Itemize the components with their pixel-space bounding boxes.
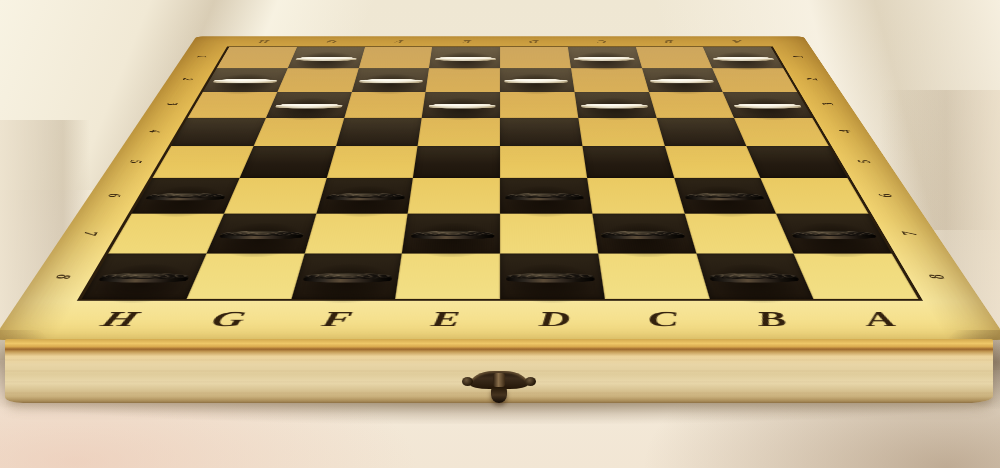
rank-label-right-3: 3	[787, 98, 870, 111]
rank-label-right-7: 7	[857, 224, 964, 244]
file-label-far-g: G	[296, 38, 366, 45]
white-checker-cylinder	[359, 79, 423, 83]
white-checker-cylinder	[505, 79, 569, 83]
file-label-far-f: F	[364, 38, 433, 45]
file-label-far-e: E	[432, 38, 500, 45]
file-label-d: D	[500, 303, 611, 336]
file-label-g: G	[167, 303, 288, 336]
rank-label-left-7: 7	[36, 224, 143, 244]
checker-top	[507, 273, 596, 279]
file-label-far-c: C	[567, 38, 636, 45]
black-checker-cylinder	[302, 273, 392, 282]
rank-label-right-6: 6	[837, 187, 937, 205]
rank-label-left-8: 8	[4, 266, 119, 288]
file-label-c: C	[606, 303, 722, 336]
white-checker-cylinder	[435, 57, 496, 61]
file-label-a: A	[818, 303, 944, 336]
checkers-board: HGFEDCBA HGFEDCBA 12345678 12345678	[0, 36, 1000, 340]
file-label-far-h: H	[228, 38, 299, 45]
black-checker-cylinder	[601, 231, 686, 239]
rank-label-right-5: 5	[818, 154, 912, 170]
rank-label-left-6: 6	[64, 187, 164, 205]
white-checker-cylinder	[428, 104, 495, 109]
file-label-h: H	[56, 303, 182, 336]
rank-label-left-3: 3	[130, 98, 213, 111]
rank-label-left-2: 2	[147, 74, 226, 85]
clasp-screw-right	[525, 377, 536, 386]
clasp-latch	[462, 369, 536, 409]
black-checker-cylinder	[507, 273, 596, 282]
black-checker-cylinder	[506, 193, 585, 200]
file-label-e: E	[389, 303, 500, 336]
file-labels-near: HGFEDCBA	[56, 303, 944, 336]
black-checker-cylinder	[684, 193, 765, 200]
rank-label-left-5: 5	[88, 154, 182, 170]
rank-label-left-1: 1	[164, 52, 239, 62]
black-checker-cylinder	[325, 193, 405, 200]
file-label-b: B	[712, 303, 833, 336]
rank-label-right-4: 4	[802, 124, 890, 138]
file-labels-far: HGFEDCBA	[228, 38, 773, 45]
file-label-far-a: A	[701, 38, 772, 45]
rank-label-right-8: 8	[881, 266, 996, 288]
white-checker-cylinder	[295, 57, 357, 61]
black-checker-cylinder	[410, 231, 493, 239]
white-checker-cylinder	[574, 57, 635, 61]
file-label-f: F	[278, 303, 394, 336]
black-checker-cylinder	[708, 273, 800, 282]
rank-label-right-1: 1	[761, 52, 836, 62]
rank-label-left-4: 4	[110, 124, 198, 138]
photo-scene: HGFEDCBA HGFEDCBA 12345678 12345678	[0, 0, 1000, 468]
white-checker-cylinder	[650, 79, 715, 83]
white-checker-cylinder	[275, 104, 343, 109]
clasp-screw-left	[462, 377, 473, 386]
clasp-hook	[491, 387, 507, 403]
checker-top	[708, 273, 798, 279]
board-front-edge	[5, 339, 993, 403]
white-checker-cylinder	[581, 104, 648, 109]
checker-top	[303, 273, 392, 279]
rank-label-right-2: 2	[773, 74, 852, 85]
file-label-far-d: D	[500, 38, 568, 45]
file-label-far-b: B	[634, 38, 704, 45]
clasp-boss	[493, 373, 505, 387]
black-checker-cylinder	[219, 231, 305, 239]
